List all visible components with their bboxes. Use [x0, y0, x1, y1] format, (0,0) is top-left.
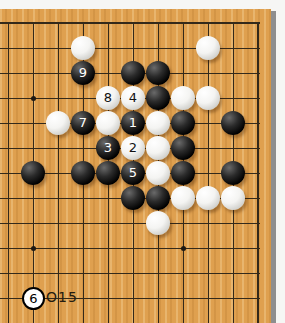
grid-line-horizontal [0, 48, 260, 49]
grid-line-vertical [58, 23, 59, 323]
stone-M13[interactable] [71, 161, 95, 185]
stone-N16[interactable]: 8 [96, 86, 120, 110]
caption-location-text: O15 [46, 289, 78, 305]
stone-S15[interactable] [221, 111, 245, 135]
stone-O15[interactable]: 1 [121, 111, 145, 135]
grid-line-horizontal [0, 248, 260, 249]
grid-line-vertical [208, 23, 209, 323]
stone-P17[interactable] [146, 61, 170, 85]
board-shadow [271, 11, 276, 323]
stone-M15[interactable]: 7 [71, 111, 95, 135]
stone-P12[interactable] [146, 186, 170, 210]
move-number-label: 8 [104, 90, 112, 105]
stone-O16[interactable]: 4 [121, 86, 145, 110]
move-number-label: 3 [104, 140, 112, 155]
stone-P13[interactable] [146, 161, 170, 185]
move-number-label: 1 [129, 115, 137, 130]
grid-line-vertical [8, 23, 9, 323]
stone-P11[interactable] [146, 211, 170, 235]
move-number-label: 7 [79, 115, 87, 130]
stone-P14[interactable] [146, 136, 170, 160]
stone-Q14[interactable] [171, 136, 195, 160]
grid-line-vertical [257, 23, 259, 323]
stone-L15[interactable] [46, 111, 70, 135]
caption-move-stone: 6 [22, 287, 45, 310]
stone-S13[interactable] [221, 161, 245, 185]
stone-P16[interactable] [146, 86, 170, 110]
stone-O12[interactable] [121, 186, 145, 210]
stone-S12[interactable] [221, 186, 245, 210]
move-number-label: 4 [129, 90, 137, 105]
stone-M17[interactable]: 9 [71, 61, 95, 85]
stone-Q15[interactable] [171, 111, 195, 135]
move-number-label: 5 [129, 165, 137, 180]
stone-N13[interactable] [96, 161, 120, 185]
star-point-K16 [31, 96, 36, 101]
grid-line-horizontal [0, 223, 260, 224]
stone-N14[interactable]: 3 [96, 136, 120, 160]
star-point-Q10 [181, 246, 186, 251]
stone-R18[interactable] [196, 36, 220, 60]
stone-Q13[interactable] [171, 161, 195, 185]
stone-N15[interactable] [96, 111, 120, 135]
go-diagram: 984713256O15 [0, 0, 285, 323]
stone-R12[interactable] [196, 186, 220, 210]
stone-O14[interactable]: 2 [121, 136, 145, 160]
stone-P15[interactable] [146, 111, 170, 135]
stone-Q16[interactable] [171, 86, 195, 110]
stone-Q12[interactable] [171, 186, 195, 210]
star-point-K10 [31, 246, 36, 251]
move-number-label: 9 [79, 65, 87, 80]
stone-K13[interactable] [21, 161, 45, 185]
stone-O13[interactable]: 5 [121, 161, 145, 185]
go-board[interactable]: 984713256O15 [0, 9, 271, 323]
move-number-label: 2 [129, 140, 137, 155]
stone-R16[interactable] [196, 86, 220, 110]
stone-M18[interactable] [71, 36, 95, 60]
stone-O17[interactable] [121, 61, 145, 85]
grid-line-horizontal [0, 273, 260, 274]
grid-line-horizontal [0, 22, 260, 24]
